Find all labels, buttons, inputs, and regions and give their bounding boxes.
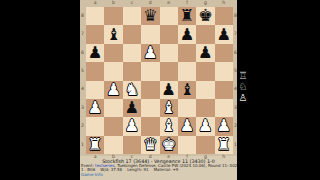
chess-board: ♛♜♚♝♟♟♟♟♟♟♞♟♝♟♟♝♟♝♟♟♟♜♛♚♜: [86, 7, 233, 154]
white-pawn: ♟: [125, 117, 140, 135]
square-g8[interactable]: ♚: [196, 7, 214, 25]
square-f3[interactable]: [178, 99, 196, 117]
black-bishop: ♝: [106, 26, 121, 44]
right-letterbox-bar: [237, 0, 320, 180]
square-a1[interactable]: ♜: [86, 136, 104, 154]
square-f6[interactable]: [178, 44, 196, 62]
square-a7[interactable]: [86, 25, 104, 43]
square-f7[interactable]: ♟: [178, 25, 196, 43]
square-b8[interactable]: [104, 7, 122, 25]
game-caption: Stockfish 17 (3644) - Vengeance 11 (3430…: [80, 159, 237, 178]
square-d4[interactable]: [141, 81, 159, 99]
square-h6[interactable]: [215, 44, 233, 62]
rank-label-3: 3: [80, 99, 85, 117]
length-stat: Length: 91: [127, 167, 149, 172]
square-h4[interactable]: [215, 81, 233, 99]
square-e1[interactable]: ♚: [160, 136, 178, 154]
game-info-link[interactable]: Game Info: [81, 172, 103, 177]
square-d3[interactable]: [141, 99, 159, 117]
square-b5[interactable]: [104, 62, 122, 80]
square-g6[interactable]: ♟: [196, 44, 214, 62]
white-king: ♚: [161, 136, 176, 154]
square-e5[interactable]: [160, 62, 178, 80]
black-rook: ♜: [180, 7, 195, 25]
square-b3[interactable]: [104, 99, 122, 117]
square-a8[interactable]: [86, 7, 104, 25]
square-h1[interactable]: ♜: [215, 136, 233, 154]
stats-line: 1 . B06W/d: 37.58Length: 91Material: +9: [80, 168, 237, 172]
square-a3[interactable]: ♟: [86, 99, 104, 117]
white-rook: ♜: [216, 136, 231, 154]
square-b4[interactable]: ♟: [104, 81, 122, 99]
rank-label-5: 5: [80, 62, 85, 80]
square-g7[interactable]: [196, 25, 214, 43]
wd-stat: W/d: 37.58: [100, 167, 122, 172]
black-pawn: ♟: [161, 81, 176, 99]
square-c5[interactable]: [123, 62, 141, 80]
info-line: Game Info: [80, 172, 237, 177]
white-bishop: ♝: [161, 99, 176, 117]
left-letterbox-bar: [0, 0, 80, 180]
square-g5[interactable]: [196, 62, 214, 80]
square-a2[interactable]: [86, 117, 104, 135]
square-f4[interactable]: ♝: [178, 81, 196, 99]
square-f2[interactable]: ♟: [178, 117, 196, 135]
square-b7[interactable]: ♝: [104, 25, 122, 43]
white-rook: ♜: [88, 136, 103, 154]
video-frame: abcdefgh ♛♜♚♝♟♟♟♟♟♟♞♟♝♟♟♝♟♝♟♟♟♜♛♚♜ abcde…: [0, 0, 320, 180]
square-a4[interactable]: [86, 81, 104, 99]
black-pawn: ♟: [198, 44, 213, 62]
square-c4[interactable]: ♞: [123, 81, 141, 99]
square-b2[interactable]: [104, 117, 122, 135]
rank-label-1: 1: [80, 136, 85, 154]
white-knight: ♞: [125, 81, 140, 99]
square-h7[interactable]: ♟: [215, 25, 233, 43]
black-king: ♚: [198, 7, 213, 25]
black-pawn: ♟: [88, 44, 103, 62]
black-pawn: ♟: [216, 26, 231, 44]
rank-label-4: 4: [80, 81, 85, 99]
square-e2[interactable]: ♝: [160, 117, 178, 135]
material-advantage-panel: ♖♘♙: [237, 71, 249, 103]
square-g3[interactable]: [196, 99, 214, 117]
square-g1[interactable]: [196, 136, 214, 154]
square-c7[interactable]: [123, 25, 141, 43]
square-d7[interactable]: [141, 25, 159, 43]
black-bishop: ♝: [180, 81, 195, 99]
white-pawn: ♟: [106, 81, 121, 99]
square-h3[interactable]: [215, 99, 233, 117]
square-c6[interactable]: [123, 44, 141, 62]
square-d8[interactable]: ♛: [141, 7, 159, 25]
square-d5[interactable]: [141, 62, 159, 80]
square-a6[interactable]: ♟: [86, 44, 104, 62]
rank-label-6: 6: [80, 44, 85, 62]
rank-label-8: 8: [80, 7, 85, 25]
black-pawn: ♟: [125, 99, 140, 117]
square-e4[interactable]: ♟: [160, 81, 178, 99]
rank-label-2: 2: [80, 117, 85, 135]
square-g2[interactable]: ♟: [196, 117, 214, 135]
square-c1[interactable]: [123, 136, 141, 154]
square-f8[interactable]: ♜: [178, 7, 196, 25]
square-g4[interactable]: [196, 81, 214, 99]
white-knight-icon: ♘: [239, 82, 248, 93]
square-e8[interactable]: [160, 7, 178, 25]
square-b1[interactable]: [104, 136, 122, 154]
black-queen: ♛: [143, 7, 158, 25]
square-h5[interactable]: [215, 62, 233, 80]
black-pawn: ♟: [180, 26, 195, 44]
square-c3[interactable]: ♟: [123, 99, 141, 117]
square-h2[interactable]: ♟: [215, 117, 233, 135]
eco-code: 1 . B06: [81, 167, 95, 172]
square-d2[interactable]: [141, 117, 159, 135]
square-h8[interactable]: [215, 7, 233, 25]
square-e3[interactable]: ♝: [160, 99, 178, 117]
white-pawn: ♟: [180, 117, 195, 135]
rank-labels-left: 87654321: [80, 7, 85, 154]
square-d6[interactable]: ♟: [141, 44, 159, 62]
white-pawn: ♟: [198, 117, 213, 135]
white-pawn: ♟: [216, 117, 231, 135]
square-c8[interactable]: [123, 7, 141, 25]
rank-label-7: 7: [80, 25, 85, 43]
square-d1[interactable]: ♛: [141, 136, 159, 154]
white-pawn: ♟: [88, 99, 103, 117]
square-f5[interactable]: [178, 62, 196, 80]
white-pawn-icon: ♙: [239, 93, 248, 104]
square-a5[interactable]: [86, 62, 104, 80]
white-pawn: ♟: [143, 44, 158, 62]
square-e7[interactable]: [160, 25, 178, 43]
material-stat: Material: +9: [154, 167, 179, 172]
square-f1[interactable]: [178, 136, 196, 154]
square-c2[interactable]: ♟: [123, 117, 141, 135]
white-bishop: ♝: [161, 117, 176, 135]
square-b6[interactable]: [104, 44, 122, 62]
square-e6[interactable]: [160, 44, 178, 62]
white-queen: ♛: [143, 136, 158, 154]
